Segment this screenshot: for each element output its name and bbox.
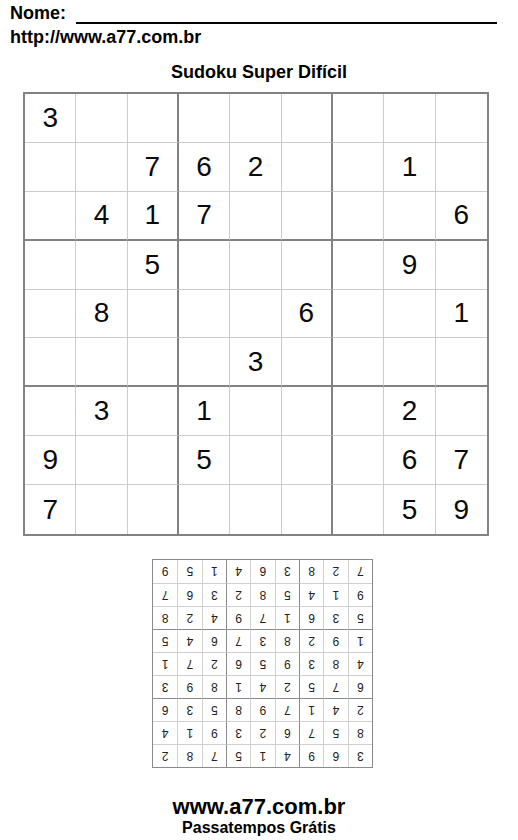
solution-cell-r5c3: 3 (299, 652, 323, 675)
solution-cell-r3c1: 2 (348, 698, 372, 721)
solution-cell-r4c8: 9 (177, 675, 201, 698)
solution-cell-r8c1: 9 (348, 583, 372, 606)
puzzle-cell-r5c4 (179, 290, 230, 339)
solution-cell-r7c4: 1 (275, 606, 299, 629)
solution-cell-r1c5: 1 (250, 744, 274, 767)
solution-cell-r1c9: 2 (153, 744, 177, 767)
solution-cell-r2c4: 6 (275, 721, 299, 744)
solution-cell-r4c7: 8 (202, 675, 226, 698)
puzzle-cell-r5c8 (384, 290, 435, 339)
puzzle-cell-r3c6 (282, 192, 333, 241)
sudoku-grid: 3762141765986133129567759 (23, 92, 489, 536)
puzzle-cell-r4c6 (282, 241, 333, 290)
puzzle-cell-r2c7 (333, 143, 384, 192)
puzzle-cell-r4c4 (179, 241, 230, 290)
solution-cell-r7c2: 3 (323, 606, 347, 629)
puzzle-cell-r1c2 (76, 94, 127, 143)
footer-site-url: www.a77.com.br (0, 794, 518, 820)
puzzle-cell-r3c1 (25, 192, 76, 241)
puzzle-cell-r9c5 (230, 485, 281, 534)
puzzle-cell-r1c8 (384, 94, 435, 143)
solution-cell-r5c7: 2 (202, 652, 226, 675)
solution-grid: 3694157828576239142417985366752418934839… (152, 559, 373, 768)
solution-cell-r2c2: 5 (323, 721, 347, 744)
puzzle-cell-r6c8 (384, 338, 435, 387)
solution-cell-r4c4: 2 (275, 675, 299, 698)
solution-cell-r8c3: 4 (299, 583, 323, 606)
solution-cell-r3c8: 3 (177, 698, 201, 721)
puzzle-cell-r2c3: 7 (128, 143, 179, 192)
page-title: Sudoku Super Difícil (0, 62, 518, 83)
solution-cell-r6c8: 4 (177, 629, 201, 652)
puzzle-cell-r7c4: 1 (179, 387, 230, 436)
solution-cell-r1c1: 3 (348, 744, 372, 767)
puzzle-cell-r7c9 (436, 387, 487, 436)
puzzle-cell-r1c4 (179, 94, 230, 143)
solution-cell-r7c7: 4 (202, 606, 226, 629)
solution-cell-r2c8: 1 (177, 721, 201, 744)
solution-cell-r2c7: 9 (202, 721, 226, 744)
puzzle-cell-r8c3 (128, 436, 179, 485)
puzzle-cell-r6c6 (282, 338, 333, 387)
solution-cell-r9c2: 2 (323, 560, 347, 583)
solution-cell-r6c9: 5 (153, 629, 177, 652)
puzzle-cell-r3c5 (230, 192, 281, 241)
solution-cell-r1c4: 4 (275, 744, 299, 767)
solution-cell-r8c9: 7 (153, 583, 177, 606)
solution-cell-r4c3: 5 (299, 675, 323, 698)
solution-cell-r2c3: 7 (299, 721, 323, 744)
puzzle-cell-r3c3: 1 (128, 192, 179, 241)
puzzle-cell-r6c7 (333, 338, 384, 387)
footer-tagline: Passatempos Grátis (0, 819, 518, 837)
site-url-top: http://www.a77.com.br (10, 27, 201, 48)
puzzle-cell-r5c7 (333, 290, 384, 339)
puzzle-cell-r2c1 (25, 143, 76, 192)
puzzle-cell-r6c2 (76, 338, 127, 387)
solution-cell-r7c9: 8 (153, 606, 177, 629)
puzzle-cell-r7c1 (25, 387, 76, 436)
solution-cell-r2c5: 2 (250, 721, 274, 744)
solution-cell-r3c3: 1 (299, 698, 323, 721)
solution-cell-r3c2: 4 (323, 698, 347, 721)
solution-cell-r7c1: 5 (348, 606, 372, 629)
solution-cell-r3c7: 5 (202, 698, 226, 721)
puzzle-cell-r4c5 (230, 241, 281, 290)
solution-cell-r1c8: 8 (177, 744, 201, 767)
solution-cell-r5c4: 9 (275, 652, 299, 675)
solution-cell-r9c1: 7 (348, 560, 372, 583)
solution-cell-r7c3: 6 (299, 606, 323, 629)
puzzle-cell-r8c4: 5 (179, 436, 230, 485)
puzzle-cell-r4c7 (333, 241, 384, 290)
puzzle-cell-r5c6: 6 (282, 290, 333, 339)
solution-cell-r4c6: 1 (226, 675, 250, 698)
solution-cell-r9c3: 8 (299, 560, 323, 583)
puzzle-cell-r4c3: 5 (128, 241, 179, 290)
puzzle-cell-r1c6 (282, 94, 333, 143)
solution-cell-r6c4: 8 (275, 629, 299, 652)
puzzle-cell-r4c9 (436, 241, 487, 290)
solution-cell-r9c6: 4 (226, 560, 250, 583)
puzzle-cell-r5c2: 8 (76, 290, 127, 339)
solution-cell-r6c6: 7 (226, 629, 250, 652)
solution-cell-r8c8: 6 (177, 583, 201, 606)
puzzle-cell-r6c5: 3 (230, 338, 281, 387)
puzzle-cell-r3c2: 4 (76, 192, 127, 241)
solution-cell-r5c6: 6 (226, 652, 250, 675)
puzzle-cell-r4c1 (25, 241, 76, 290)
puzzle-cell-r3c4: 7 (179, 192, 230, 241)
puzzle-cell-r9c8: 5 (384, 485, 435, 534)
puzzle-cell-r6c4 (179, 338, 230, 387)
puzzle-cell-r6c3 (128, 338, 179, 387)
solution-cell-r8c4: 5 (275, 583, 299, 606)
solution-cell-r9c7: 1 (202, 560, 226, 583)
puzzle-cell-r7c7 (333, 387, 384, 436)
puzzle-cell-r2c9 (436, 143, 487, 192)
solution-cell-r7c8: 2 (177, 606, 201, 629)
solution-cell-r8c2: 1 (323, 583, 347, 606)
puzzle-cell-r9c2 (76, 485, 127, 534)
solution-cell-r9c8: 5 (177, 560, 201, 583)
puzzle-cell-r3c7 (333, 192, 384, 241)
puzzle-cell-r2c4: 6 (179, 143, 230, 192)
solution-cell-r3c6: 8 (226, 698, 250, 721)
solution-cell-r4c1: 6 (348, 675, 372, 698)
solution-cell-r7c5: 7 (250, 606, 274, 629)
name-write-line (76, 0, 497, 24)
puzzle-cell-r1c7 (333, 94, 384, 143)
solution-cell-r5c1: 4 (348, 652, 372, 675)
puzzle-cell-r9c4 (179, 485, 230, 534)
puzzle-cell-r8c1: 9 (25, 436, 76, 485)
solution-cell-r6c3: 2 (299, 629, 323, 652)
puzzle-cell-r1c1: 3 (25, 94, 76, 143)
puzzle-cell-r3c9: 6 (436, 192, 487, 241)
solution-cell-r2c1: 8 (348, 721, 372, 744)
puzzle-cell-r8c7 (333, 436, 384, 485)
solution-cell-r5c5: 5 (250, 652, 274, 675)
solution-cell-r4c9: 3 (153, 675, 177, 698)
puzzle-cell-r2c6 (282, 143, 333, 192)
puzzle-cell-r7c8: 2 (384, 387, 435, 436)
puzzle-cell-r8c5 (230, 436, 281, 485)
puzzle-cell-r5c9: 1 (436, 290, 487, 339)
puzzle-cell-r8c2 (76, 436, 127, 485)
puzzle-cell-r9c9: 9 (436, 485, 487, 534)
solution-cell-r5c8: 7 (177, 652, 201, 675)
solution-cell-r6c2: 9 (323, 629, 347, 652)
solution-cell-r1c2: 6 (323, 744, 347, 767)
puzzle-cell-r5c3 (128, 290, 179, 339)
puzzle-cell-r8c9: 7 (436, 436, 487, 485)
solution-cell-r3c5: 9 (250, 698, 274, 721)
solution-cell-r4c2: 7 (323, 675, 347, 698)
solution-cell-r6c1: 1 (348, 629, 372, 652)
puzzle-cell-r2c2 (76, 143, 127, 192)
solution-cell-r9c5: 6 (250, 560, 274, 583)
solution-cell-r1c6: 5 (226, 744, 250, 767)
solution-cell-r3c4: 7 (275, 698, 299, 721)
solution-cell-r7c6: 9 (226, 606, 250, 629)
puzzle-cell-r9c3 (128, 485, 179, 534)
solution-cell-r3c9: 6 (153, 698, 177, 721)
solution-cell-r9c4: 3 (275, 560, 299, 583)
puzzle-cell-r9c7 (333, 485, 384, 534)
solution-cell-r8c7: 3 (202, 583, 226, 606)
solution-cell-r1c7: 7 (202, 744, 226, 767)
solution-cell-r2c6: 3 (226, 721, 250, 744)
puzzle-cell-r3c8 (384, 192, 435, 241)
puzzle-cell-r8c6 (282, 436, 333, 485)
puzzle-cell-r2c8: 1 (384, 143, 435, 192)
solution-cell-r5c2: 8 (323, 652, 347, 675)
puzzle-cell-r7c5 (230, 387, 281, 436)
puzzle-cell-r6c1 (25, 338, 76, 387)
solution-cell-r1c3: 9 (299, 744, 323, 767)
puzzle-cell-r7c3 (128, 387, 179, 436)
puzzle-cell-r1c5 (230, 94, 281, 143)
puzzle-cell-r7c2: 3 (76, 387, 127, 436)
puzzle-cell-r4c2 (76, 241, 127, 290)
solution-cell-r8c6: 2 (226, 583, 250, 606)
puzzle-cell-r2c5: 2 (230, 143, 281, 192)
puzzle-cell-r1c9 (436, 94, 487, 143)
solution-cell-r4c5: 4 (250, 675, 274, 698)
solution-cell-r5c9: 1 (153, 652, 177, 675)
puzzle-cell-r8c8: 6 (384, 436, 435, 485)
solution-cell-r9c9: 9 (153, 560, 177, 583)
solution-cell-r6c5: 3 (250, 629, 274, 652)
puzzle-cell-r6c9 (436, 338, 487, 387)
puzzle-cell-r9c6 (282, 485, 333, 534)
puzzle-cell-r5c5 (230, 290, 281, 339)
solution-cell-r6c7: 6 (202, 629, 226, 652)
puzzle-cell-r5c1 (25, 290, 76, 339)
puzzle-cell-r9c1: 7 (25, 485, 76, 534)
solution-cell-r8c5: 8 (250, 583, 274, 606)
name-label: Nome: (10, 3, 66, 24)
puzzle-cell-r7c6 (282, 387, 333, 436)
solution-cell-r2c9: 4 (153, 721, 177, 744)
puzzle-cell-r1c3 (128, 94, 179, 143)
puzzle-cell-r4c8: 9 (384, 241, 435, 290)
sudoku-print-page: Nome: http://www.a77.com.br Sudoku Super… (0, 0, 518, 840)
